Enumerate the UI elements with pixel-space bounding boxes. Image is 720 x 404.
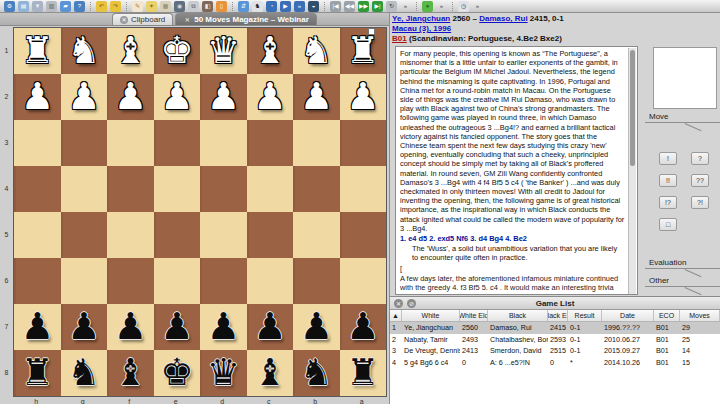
other-section-label: Other xyxy=(645,276,720,285)
square-g6[interactable] xyxy=(61,258,108,304)
square-a8[interactable]: ♜ xyxy=(340,350,387,396)
white-elo: 2560 – xyxy=(450,14,479,23)
square-a3[interactable] xyxy=(340,120,387,166)
toolbar-separator xyxy=(324,2,325,11)
cell: 2515 xyxy=(548,346,568,355)
square-f4[interactable] xyxy=(107,166,154,212)
white-queen: ♛ xyxy=(207,28,240,74)
square-f7[interactable]: ♟ xyxy=(107,304,154,350)
square-b4[interactable] xyxy=(293,166,340,212)
cell: 0 xyxy=(460,358,488,367)
square-f6[interactable] xyxy=(107,258,154,304)
highlight-icon[interactable]: ✦ xyxy=(146,1,157,12)
filter-icon[interactable]: ⊘ xyxy=(407,299,416,308)
cell: B01 xyxy=(654,323,680,332)
copy-icon[interactable]: ⧉ xyxy=(188,1,199,12)
rank-label: 7 xyxy=(0,303,13,349)
square-f3[interactable] xyxy=(107,120,154,166)
square-c6[interactable] xyxy=(247,258,294,304)
annotation-preview-box xyxy=(653,47,717,109)
cell: Nabaty, Tamir xyxy=(402,335,460,344)
square-d7[interactable]: ♟ xyxy=(200,304,247,350)
rank-label: 5 xyxy=(0,211,13,257)
go-end-icon[interactable]: ▶| xyxy=(372,1,383,12)
open-icon[interactable]: ▰ xyxy=(60,1,71,12)
square-c2[interactable]: ♟ xyxy=(247,74,294,120)
square-g4[interactable] xyxy=(61,166,108,212)
rotate-board-icon[interactable]: ↻ xyxy=(386,1,397,12)
cell: 2015.09.27 xyxy=(602,346,654,355)
annotation-button-!![interactable]: !! xyxy=(659,174,677,187)
cell: 0-1 xyxy=(568,323,602,332)
setup-position-icon[interactable]: ♞ xyxy=(252,1,263,12)
clock-icon[interactable]: ◷ xyxy=(458,1,469,12)
cell: Smerdon, David xyxy=(488,346,548,355)
rank-label: 3 xyxy=(0,119,13,165)
cell: 2010.06.27 xyxy=(602,335,654,344)
black-pawn: ♟ xyxy=(346,304,379,350)
notation-paragraph[interactable]: 1. e4 d5 2. exd5 Nf6 3. d4 Bg4 4. Be2 xyxy=(400,234,625,243)
square-d5[interactable] xyxy=(200,212,247,258)
divider xyxy=(645,268,720,269)
black-pawn: ♟ xyxy=(300,304,333,350)
game-list-row[interactable]: 1Ye, Jiangchuan2560Damaso, Rui24150-1199… xyxy=(390,322,720,334)
cell: * xyxy=(568,358,602,367)
help-icon[interactable]: ? xyxy=(74,1,85,12)
go-start-icon[interactable]: |◀ xyxy=(330,1,341,12)
opening-line: B01 (Scandinavian: Portuguese, 4.Be2 Bxe… xyxy=(392,34,642,44)
square-d3[interactable] xyxy=(200,120,247,166)
annotation-button-□[interactable]: □ xyxy=(659,218,677,231)
print-icon[interactable]: ▥ xyxy=(46,1,57,12)
square-e8[interactable]: ♚ xyxy=(154,350,201,396)
save-icon[interactable]: ▼ xyxy=(32,1,43,12)
square-c1[interactable]: ♝ xyxy=(247,28,294,74)
cell: 3 xyxy=(390,346,402,355)
square-f1[interactable]: ♝ xyxy=(107,28,154,74)
notation-paragraph[interactable]: [ xyxy=(400,264,625,273)
annotation-button-!?[interactable]: !? xyxy=(659,196,677,209)
tab-magazine[interactable]: ✕ 50 Moves Magazine – Webinar xyxy=(175,13,317,25)
black-pawn: ♟ xyxy=(253,304,286,350)
cell: A: 6 ...e5?!N xyxy=(488,358,548,367)
app-icon[interactable]: ⚙ xyxy=(4,1,15,12)
square-d8[interactable]: ♛ xyxy=(200,350,247,396)
square-b6[interactable] xyxy=(293,258,340,304)
square-g7[interactable]: ♟ xyxy=(61,304,108,350)
game-list-rows: 1Ye, Jiangchuan2560Damaso, Rui24150-1199… xyxy=(390,322,720,368)
column-header[interactable]: White xyxy=(402,310,460,321)
white-knight: ♞ xyxy=(300,28,333,74)
tab-clipboard[interactable]: ✕ Clipboard xyxy=(112,13,173,25)
sort-icon[interactable]: ⇵ xyxy=(238,1,249,12)
white-pawn: ♟ xyxy=(67,74,100,120)
notation-paragraph[interactable]: For many people, this opening is known a… xyxy=(400,49,625,233)
annotation-button-?![interactable]: ?! xyxy=(691,196,709,209)
file-labels: hgfedcba xyxy=(13,398,387,404)
event-line: Macau (3), 1996 xyxy=(392,24,642,34)
game-list-panel: ✕ ⊘ Game List ▲WhiteWhite EloBlackBlack … xyxy=(390,296,720,404)
black-rook: ♜ xyxy=(21,350,54,396)
square-e7[interactable]: ♟ xyxy=(154,304,201,350)
white-pawn: ♟ xyxy=(207,74,240,120)
square-g2[interactable]: ♟ xyxy=(61,74,108,120)
square-a2[interactable]: ♟ xyxy=(340,74,387,120)
rank-label: 8 xyxy=(0,349,13,395)
toolbar-separator xyxy=(232,2,233,11)
scrollbar-thumb[interactable] xyxy=(630,50,635,166)
cell: 2 xyxy=(390,335,402,344)
book-icon[interactable]: ▯ xyxy=(216,1,227,12)
move-annotation-buttons: !?!!??!??!□ xyxy=(659,152,711,231)
overflow-chevron2-icon[interactable]: » xyxy=(436,1,447,12)
white-pawn: ♟ xyxy=(21,74,54,120)
square-b3[interactable] xyxy=(293,120,340,166)
move-section-label: Move xyxy=(645,112,720,121)
game-list-header[interactable]: ▲WhiteWhite EloBlackBlack EloResultDateE… xyxy=(390,310,720,322)
cell: 0 xyxy=(548,358,568,367)
square-f8[interactable]: ♝ xyxy=(107,350,154,396)
cell: 2560 xyxy=(460,323,488,332)
close-icon[interactable]: ✕ xyxy=(183,16,191,24)
white-player-link[interactable]: Ye, Jiangchuan xyxy=(392,14,450,23)
cell: 2415 xyxy=(548,323,568,332)
edit-pencil-icon[interactable]: ✎ xyxy=(132,1,143,12)
tab-bar: ✕ Clipboard ✕ 50 Moves Magazine – Webina… xyxy=(0,13,390,26)
square-a7[interactable]: ♟ xyxy=(340,304,387,350)
evaluation-section-label: Evaluation xyxy=(645,258,720,267)
white-bishop: ♝ xyxy=(114,28,147,74)
square-b2[interactable]: ♟ xyxy=(293,74,340,120)
notation-paragraph[interactable]: The 'Wuss', a solid but unambitious vari… xyxy=(412,244,625,262)
black-queen: ♛ xyxy=(207,350,240,396)
cell: 4 xyxy=(390,358,402,367)
cell: 0-1 xyxy=(568,335,602,344)
file-label: d xyxy=(199,398,246,404)
cell: 14 xyxy=(680,346,720,355)
square-a4[interactable] xyxy=(340,166,387,212)
white-pawn: ♟ xyxy=(346,74,379,120)
black-knight: ♞ xyxy=(300,350,333,396)
square-d6[interactable] xyxy=(200,258,247,304)
game-list-title: Game List xyxy=(390,299,720,308)
square-e4[interactable] xyxy=(154,166,201,212)
square-c3[interactable] xyxy=(247,120,294,166)
toolbar-separator xyxy=(90,2,91,11)
black-pawn: ♟ xyxy=(114,304,147,350)
square-g8[interactable]: ♞ xyxy=(61,350,108,396)
square-f5[interactable] xyxy=(107,212,154,258)
square-h2[interactable]: ♟ xyxy=(14,74,61,120)
game-list-row[interactable]: 2Nabaty, Tamir2493Chatalbashev, Boris259… xyxy=(390,334,720,346)
rank-label: 1 xyxy=(0,27,13,73)
divider xyxy=(685,287,702,295)
overflow-chevron-icon[interactable]: » xyxy=(400,1,411,12)
cell: 2014.10.26 xyxy=(602,358,654,367)
cell: 2493 xyxy=(460,335,488,344)
file-label: c xyxy=(246,398,293,404)
engine-on-icon[interactable]: ● xyxy=(422,1,433,12)
column-header[interactable]: Moves xyxy=(680,310,720,321)
black-bishop: ♝ xyxy=(253,350,286,396)
board-grid-icon[interactable]: ▩ xyxy=(160,1,171,12)
toolbar-separator xyxy=(452,2,453,11)
white-pawn: ♟ xyxy=(253,74,286,120)
toolbar-separator xyxy=(126,2,127,11)
opening-name: (Scandinavian: Portuguese, 4.Be2 Bxe2) xyxy=(407,34,562,43)
game-list-row[interactable]: 3De Vreugt, Dennis2413Smerdon, David2515… xyxy=(390,345,720,357)
square-b1[interactable]: ♞ xyxy=(293,28,340,74)
file-label: g xyxy=(60,398,107,404)
cell: Ye, Jiangchuan xyxy=(402,323,460,332)
section-evaluation[interactable]: Evaluation xyxy=(645,258,720,270)
notation-panel[interactable]: For many people, this opening is known a… xyxy=(395,46,638,295)
column-header[interactable]: ▲ xyxy=(390,310,402,321)
tab-magazine-label: 50 Moves Magazine – Webinar xyxy=(194,15,309,24)
game-list-titlebar: ✕ ⊘ Game List xyxy=(390,297,720,310)
forward-icon[interactable]: ▶▶ xyxy=(358,1,369,12)
square-b5[interactable] xyxy=(293,212,340,258)
white-pawn: ♟ xyxy=(300,74,333,120)
white-pawn: ♟ xyxy=(160,74,193,120)
square-g5[interactable] xyxy=(61,212,108,258)
white-king: ♚ xyxy=(160,28,193,74)
notation-paragraph[interactable]: A few days later, the aforementioned inf… xyxy=(400,274,625,295)
chess-board[interactable]: ♜♞♝♚♛♝♞♜♟♟♟♟♟♟♟♟♟♟♟♟♟♟♟♟♜♞♝♚♛♝♞♜ xyxy=(13,27,387,397)
notation-text: For many people, this opening is known a… xyxy=(400,49,625,295)
square-f2[interactable]: ♟ xyxy=(107,74,154,120)
board-corner-checkbox[interactable] xyxy=(368,28,375,35)
cell: 29 xyxy=(680,323,720,332)
cell: 0-1 xyxy=(568,346,602,355)
square-d4[interactable] xyxy=(200,166,247,212)
redo-icon[interactable]: ↷ xyxy=(110,1,121,12)
column-header[interactable]: White Elo xyxy=(460,310,488,321)
rank-label: 4 xyxy=(0,165,13,211)
file-label: e xyxy=(153,398,200,404)
toolbar-separator xyxy=(416,2,417,11)
cell: De Vreugt, Dennis xyxy=(402,346,460,355)
event-link[interactable]: Macau (3), 1996 xyxy=(392,24,451,33)
cell: 15 xyxy=(680,358,720,367)
close-icon[interactable]: ✕ xyxy=(394,299,403,308)
square-b8[interactable]: ♞ xyxy=(293,350,340,396)
annotation-button-??[interactable]: ?? xyxy=(691,174,709,187)
square-e6[interactable] xyxy=(154,258,201,304)
autoplay-icon[interactable]: » xyxy=(294,1,305,12)
undo-icon[interactable]: ↶ xyxy=(96,1,107,12)
column-header[interactable]: Date xyxy=(602,310,654,321)
section-other[interactable]: Other xyxy=(645,276,720,288)
cell: B01 xyxy=(654,346,680,355)
close-icon[interactable]: ✕ xyxy=(120,16,128,24)
black-pawn: ♟ xyxy=(21,304,54,350)
engine-sphere-icon[interactable]: ◔ xyxy=(266,1,277,12)
cell: 1 xyxy=(390,323,402,332)
file-label: a xyxy=(339,398,386,404)
cell: B01 xyxy=(654,335,680,344)
column-header[interactable]: Result xyxy=(568,310,602,321)
square-c5[interactable] xyxy=(247,212,294,258)
slide-icon[interactable]: ◧ xyxy=(202,1,213,12)
column-header[interactable]: Black xyxy=(488,310,548,321)
rank-label: 2 xyxy=(0,73,13,119)
black-elo-result: 2415, 0-1 xyxy=(528,14,564,23)
annotation-sidebar: Move !?!!??!??!□ Evaluation Other xyxy=(645,40,720,296)
black-knight: ♞ xyxy=(67,350,100,396)
square-h6[interactable] xyxy=(14,258,61,304)
cell: Chatalbashev, Boris xyxy=(488,335,548,344)
square-c4[interactable] xyxy=(247,166,294,212)
divider xyxy=(645,286,720,287)
black-pawn: ♟ xyxy=(160,304,193,350)
cell: 1996.??.?? xyxy=(602,323,654,332)
rank-label: 6 xyxy=(0,257,13,303)
white-rook: ♜ xyxy=(21,28,54,74)
square-a5[interactable] xyxy=(340,212,387,258)
toolbar: ⚙▤▼▥▰?↶↷✎✦▩◉⧉◧▯⇵♞◔▶»◒|◀◀◀▶▶▶|↻»●»◷» xyxy=(0,0,720,13)
divider xyxy=(685,123,702,131)
play-move-icon[interactable]: ▶ xyxy=(280,1,291,12)
square-h7[interactable]: ♟ xyxy=(14,304,61,350)
cell: 25 xyxy=(680,335,720,344)
black-bishop: ♝ xyxy=(114,350,147,396)
game-list-row[interactable]: 45 g4 Bg6 6 c40A: 6 ...e5?!N0*2014.10.26… xyxy=(390,357,720,369)
eco-link[interactable]: B01 xyxy=(392,34,407,43)
square-h1[interactable]: ♜ xyxy=(14,28,61,74)
camera-icon[interactable]: ◉ xyxy=(174,1,185,12)
cell: Damaso, Rui xyxy=(488,323,548,332)
file-label: h xyxy=(13,398,60,404)
cell: 2413 xyxy=(460,346,488,355)
square-d1[interactable]: ♛ xyxy=(200,28,247,74)
white-knight: ♞ xyxy=(67,28,100,74)
annotation-button-![interactable]: ! xyxy=(659,152,677,165)
square-h5[interactable] xyxy=(14,212,61,258)
square-b7[interactable]: ♟ xyxy=(293,304,340,350)
black-pawn: ♟ xyxy=(67,304,100,350)
square-e2[interactable]: ♟ xyxy=(154,74,201,120)
cell: 5 g4 Bg6 6 c4 xyxy=(402,358,460,367)
square-c8[interactable]: ♝ xyxy=(247,350,294,396)
square-e5[interactable] xyxy=(154,212,201,258)
square-g3[interactable] xyxy=(61,120,108,166)
black-player-link[interactable]: Damaso, Rui xyxy=(479,14,527,23)
square-d2[interactable]: ♟ xyxy=(200,74,247,120)
square-e3[interactable] xyxy=(154,120,201,166)
players-line: Ye, Jiangchuan 2560 – Damaso, Rui 2415, … xyxy=(392,14,642,24)
board-zone: 12345678 ♜♞♝♚♛♝♞♜♟♟♟♟♟♟♟♟♟♟♟♟♟♟♟♟♜♞♝♚♛♝♞… xyxy=(0,26,390,404)
square-h3[interactable] xyxy=(14,120,61,166)
square-h8[interactable]: ♜ xyxy=(14,350,61,396)
white-pawn: ♟ xyxy=(114,74,147,120)
file-label: b xyxy=(292,398,339,404)
rank-labels: 12345678 xyxy=(0,27,13,395)
section-move[interactable]: Move xyxy=(645,112,720,124)
square-e1[interactable]: ♚ xyxy=(154,28,201,74)
black-pawn: ♟ xyxy=(207,304,240,350)
game-header: Ye, Jiangchuan 2560 – Damaso, Rui 2415, … xyxy=(392,14,642,44)
notation-scrollbar[interactable] xyxy=(628,48,636,295)
cell: B01 xyxy=(654,358,680,367)
white-bishop: ♝ xyxy=(253,28,286,74)
cell: 2593 xyxy=(548,335,568,344)
annotation-button-?[interactable]: ? xyxy=(691,152,709,165)
square-c7[interactable]: ♟ xyxy=(247,304,294,350)
new-database-icon[interactable]: ▤ xyxy=(18,1,29,12)
divider xyxy=(645,122,720,123)
tab-clipboard-label: Clipboard xyxy=(131,15,165,24)
overflow-chevron3-icon[interactable]: » xyxy=(472,1,483,12)
column-header[interactable]: ECO xyxy=(654,310,680,321)
compass-icon[interactable]: ◒ xyxy=(308,1,319,12)
square-a6[interactable] xyxy=(340,258,387,304)
square-a1[interactable]: ♜ xyxy=(340,28,387,74)
black-rook: ♜ xyxy=(346,350,379,396)
column-header[interactable]: Black Elo xyxy=(548,310,568,321)
square-g1[interactable]: ♞ xyxy=(61,28,108,74)
black-king: ♚ xyxy=(160,350,193,396)
file-label: f xyxy=(106,398,153,404)
back-icon[interactable]: ◀◀ xyxy=(344,1,355,12)
square-h4[interactable] xyxy=(14,166,61,212)
